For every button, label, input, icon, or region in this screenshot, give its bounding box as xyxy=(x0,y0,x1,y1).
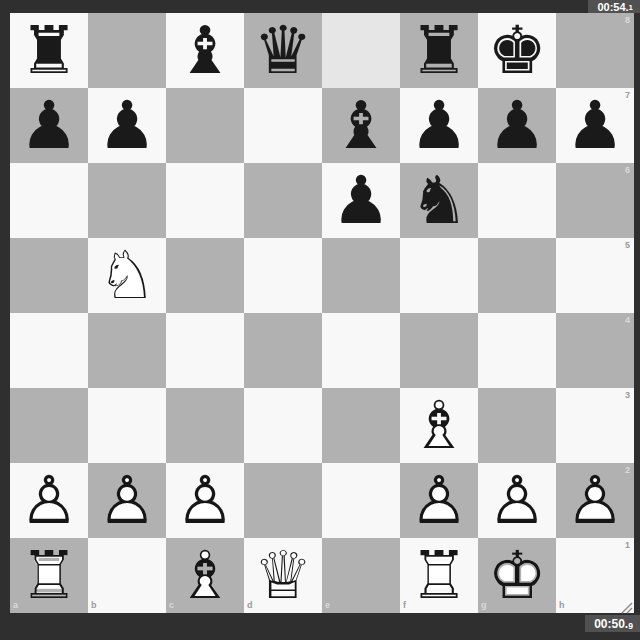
black-clock: 00:54.1 xyxy=(588,0,640,13)
square-e4[interactable] xyxy=(322,313,400,388)
piece-white-pawn[interactable]: ♟♙ xyxy=(478,463,556,538)
square-g3[interactable] xyxy=(478,388,556,463)
piece-black-pawn[interactable]: ♟ xyxy=(322,163,400,238)
piece-black-bishop[interactable]: ♝ xyxy=(166,13,244,88)
piece-black-rook[interactable]: ♜ xyxy=(400,13,478,88)
black-pawn-icon: ♟ xyxy=(88,88,166,163)
square-b8[interactable] xyxy=(88,13,166,88)
square-e6[interactable]: ♟ xyxy=(322,163,400,238)
black-clock-tenths: 1 xyxy=(629,3,633,13)
window-frame: 00:54.1 ♜♝♛♜♚♟♟♝♟♟♟♟♞♞♘♝♗♟♙♟♙♟♙♟♙♟♙♟♙♜♖♝… xyxy=(0,0,640,640)
square-b6[interactable] xyxy=(88,163,166,238)
square-e8[interactable] xyxy=(322,13,400,88)
black-bishop-icon: ♝ xyxy=(166,13,244,88)
square-c5[interactable] xyxy=(166,238,244,313)
square-f7[interactable]: ♟ xyxy=(400,88,478,163)
black-rook-icon: ♜ xyxy=(10,13,88,88)
square-f2[interactable]: ♟♙ xyxy=(400,463,478,538)
piece-black-knight[interactable]: ♞ xyxy=(400,163,478,238)
piece-black-pawn[interactable]: ♟ xyxy=(556,88,634,163)
square-d2[interactable] xyxy=(244,463,322,538)
square-a3[interactable] xyxy=(10,388,88,463)
white-bishop-outline-icon: ♗ xyxy=(400,388,478,463)
piece-black-bishop[interactable]: ♝ xyxy=(322,88,400,163)
square-c6[interactable] xyxy=(166,163,244,238)
resize-handle-icon[interactable] xyxy=(621,600,633,612)
square-f1[interactable]: ♜♖ xyxy=(400,538,478,613)
square-d6[interactable] xyxy=(244,163,322,238)
square-h8[interactable] xyxy=(556,13,634,88)
piece-white-pawn[interactable]: ♟♙ xyxy=(556,463,634,538)
black-pawn-icon: ♟ xyxy=(478,88,556,163)
black-knight-icon: ♞ xyxy=(400,163,478,238)
square-h3[interactable] xyxy=(556,388,634,463)
piece-white-pawn[interactable]: ♟♙ xyxy=(166,463,244,538)
square-f3[interactable]: ♝♗ xyxy=(400,388,478,463)
square-d4[interactable] xyxy=(244,313,322,388)
square-c2[interactable]: ♟♙ xyxy=(166,463,244,538)
square-c1[interactable]: ♝♗ xyxy=(166,538,244,613)
square-c3[interactable] xyxy=(166,388,244,463)
piece-white-rook[interactable]: ♜♖ xyxy=(400,538,478,613)
white-knight-outline-icon: ♘ xyxy=(88,238,166,313)
piece-white-queen[interactable]: ♛♕ xyxy=(244,538,322,613)
square-a7[interactable]: ♟ xyxy=(10,88,88,163)
square-d3[interactable] xyxy=(244,388,322,463)
square-h6[interactable] xyxy=(556,163,634,238)
square-c4[interactable] xyxy=(166,313,244,388)
piece-black-pawn[interactable]: ♟ xyxy=(478,88,556,163)
white-pawn-outline-icon: ♙ xyxy=(400,463,478,538)
black-bishop-icon: ♝ xyxy=(322,88,400,163)
piece-black-rook[interactable]: ♜ xyxy=(10,13,88,88)
square-g7[interactable]: ♟ xyxy=(478,88,556,163)
square-g4[interactable] xyxy=(478,313,556,388)
square-a8[interactable]: ♜ xyxy=(10,13,88,88)
white-bishop-outline-icon: ♗ xyxy=(166,538,244,613)
piece-black-pawn[interactable]: ♟ xyxy=(10,88,88,163)
square-h2[interactable]: ♟♙ xyxy=(556,463,634,538)
white-queen-outline-icon: ♕ xyxy=(244,538,322,613)
square-e3[interactable] xyxy=(322,388,400,463)
black-pawn-icon: ♟ xyxy=(400,88,478,163)
square-b4[interactable] xyxy=(88,313,166,388)
white-pawn-outline-icon: ♙ xyxy=(478,463,556,538)
square-c7[interactable] xyxy=(166,88,244,163)
square-b3[interactable] xyxy=(88,388,166,463)
black-rook-icon: ♜ xyxy=(400,13,478,88)
square-g2[interactable]: ♟♙ xyxy=(478,463,556,538)
white-clock: 00:50.9 xyxy=(585,615,640,632)
square-g5[interactable] xyxy=(478,238,556,313)
piece-white-pawn[interactable]: ♟♙ xyxy=(88,463,166,538)
square-a2[interactable]: ♟♙ xyxy=(10,463,88,538)
square-e7[interactable]: ♝ xyxy=(322,88,400,163)
square-d7[interactable] xyxy=(244,88,322,163)
piece-black-king[interactable]: ♚ xyxy=(478,13,556,88)
white-rook-outline-icon: ♖ xyxy=(10,538,88,613)
piece-white-pawn[interactable]: ♟♙ xyxy=(10,463,88,538)
white-pawn-outline-icon: ♙ xyxy=(556,463,634,538)
square-e2[interactable] xyxy=(322,463,400,538)
white-clock-time: 00:50. xyxy=(594,617,628,631)
square-f4[interactable] xyxy=(400,313,478,388)
black-king-icon: ♚ xyxy=(478,13,556,88)
white-clock-tenths: 9 xyxy=(628,621,633,632)
square-e1[interactable] xyxy=(322,538,400,613)
piece-black-pawn[interactable]: ♟ xyxy=(88,88,166,163)
piece-white-knight[interactable]: ♞♘ xyxy=(88,238,166,313)
white-rook-outline-icon: ♖ xyxy=(400,538,478,613)
black-pawn-icon: ♟ xyxy=(556,88,634,163)
piece-white-bishop[interactable]: ♝♗ xyxy=(166,538,244,613)
square-b7[interactable]: ♟ xyxy=(88,88,166,163)
piece-black-pawn[interactable]: ♟ xyxy=(400,88,478,163)
square-g6[interactable] xyxy=(478,163,556,238)
white-pawn-outline-icon: ♙ xyxy=(88,463,166,538)
square-d1[interactable]: ♛♕ xyxy=(244,538,322,613)
square-f8[interactable]: ♜ xyxy=(400,13,478,88)
square-g1[interactable]: ♚♔ xyxy=(478,538,556,613)
square-b1[interactable] xyxy=(88,538,166,613)
white-pawn-outline-icon: ♙ xyxy=(166,463,244,538)
square-f5[interactable] xyxy=(400,238,478,313)
black-pawn-icon: ♟ xyxy=(10,88,88,163)
white-king-outline-icon: ♔ xyxy=(478,538,556,613)
square-c8[interactable]: ♝ xyxy=(166,13,244,88)
piece-white-king[interactable]: ♚♔ xyxy=(478,538,556,613)
square-b5[interactable]: ♞♘ xyxy=(88,238,166,313)
piece-black-queen[interactable]: ♛ xyxy=(244,13,322,88)
square-d5[interactable] xyxy=(244,238,322,313)
square-a5[interactable] xyxy=(10,238,88,313)
square-h5[interactable] xyxy=(556,238,634,313)
square-h7[interactable]: ♟ xyxy=(556,88,634,163)
square-a6[interactable] xyxy=(10,163,88,238)
square-h4[interactable] xyxy=(556,313,634,388)
square-a4[interactable] xyxy=(10,313,88,388)
black-clock-time: 00:54. xyxy=(597,1,628,13)
piece-white-pawn[interactable]: ♟♙ xyxy=(400,463,478,538)
square-d8[interactable]: ♛ xyxy=(244,13,322,88)
piece-white-rook[interactable]: ♜♖ xyxy=(10,538,88,613)
square-b2[interactable]: ♟♙ xyxy=(88,463,166,538)
square-e5[interactable] xyxy=(322,238,400,313)
white-pawn-outline-icon: ♙ xyxy=(10,463,88,538)
board: ♜♝♛♜♚♟♟♝♟♟♟♟♞♞♘♝♗♟♙♟♙♟♙♟♙♟♙♟♙♜♖♝♗♛♕♜♖♚♔8… xyxy=(10,13,634,613)
black-queen-icon: ♛ xyxy=(244,13,322,88)
square-g8[interactable]: ♚ xyxy=(478,13,556,88)
piece-white-bishop[interactable]: ♝♗ xyxy=(400,388,478,463)
black-pawn-icon: ♟ xyxy=(322,163,400,238)
square-f6[interactable]: ♞ xyxy=(400,163,478,238)
square-a1[interactable]: ♜♖ xyxy=(10,538,88,613)
